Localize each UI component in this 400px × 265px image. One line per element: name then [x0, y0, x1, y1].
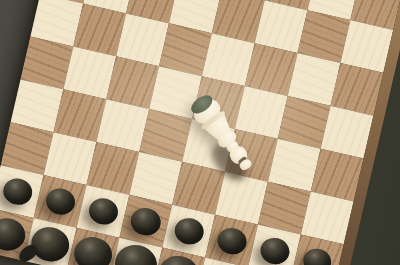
chess-board	[0, 0, 400, 265]
photo-scene	[0, 0, 400, 265]
